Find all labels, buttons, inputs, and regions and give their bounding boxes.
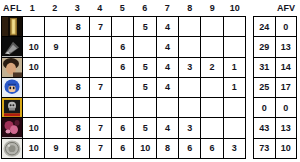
score-cell-p7-r7: 8 [157,139,178,158]
score-cell-p2-r2: 9 [45,37,66,56]
totals-header-row: AFV [253,1,297,15]
afv-cell-p4: 17 [276,78,297,97]
score-cell-p6-r6: 5 [134,118,155,137]
score-cell-p3-r3 [68,58,89,77]
score-cell-p1-r2 [45,17,66,36]
score-cell-p3-r7: 4 [157,58,178,77]
afv-cell-p5: 0 [276,98,297,117]
score-cell-p4-r1 [23,78,44,97]
right-header-label: AFV [275,1,297,15]
pink-concert-photo-icon [2,118,22,137]
total-cell-p2: 29 [254,37,275,56]
round-header-row: AFL12345678910 [1,1,246,15]
score-cell-p7-r5: 6 [112,139,133,158]
score-cell-p6-r10 [224,118,245,137]
score-cell-p1-r6: 5 [134,17,155,36]
score-cell-p3-r4 [90,58,111,77]
score-cell-p7-r9: 6 [201,139,222,158]
score-cell-p6-r7: 4 [157,118,178,137]
score-cell-p5-r5 [112,98,133,117]
score-cell-p1-r4: 7 [90,17,111,36]
totals-grid: 2402913311425170043137310 [253,16,297,159]
score-cell-p3-r9: 2 [201,58,222,77]
score-cell-p4-r10: 1 [224,78,245,97]
score-cell-p2-r3 [68,37,89,56]
score-cell-p7-r2: 9 [45,139,66,158]
score-cell-p5-r2 [45,98,66,117]
score-cell-p5-r9 [201,98,222,117]
total-cell-p3: 31 [254,58,275,77]
score-cell-p2-r9 [201,37,222,56]
score-cell-p6-r1: 10 [23,118,44,137]
total-cell-p4: 25 [254,78,275,97]
total-cell-p7: 73 [254,139,275,158]
score-cell-p7-r3: 8 [68,139,89,158]
score-grid: 8754109641065432187541108765431098761086… [1,16,246,159]
score-cell-p6-r3: 8 [68,118,89,137]
score-cell-p7-r4: 7 [90,139,111,158]
total-cell-p6: 43 [254,118,275,137]
score-cell-p4-r9 [201,78,222,97]
afv-cell-p1: 0 [276,17,297,36]
score-cell-p3-r5: 6 [112,58,133,77]
score-cell-p5-r7 [157,98,178,117]
score-cell-p5-r6 [134,98,155,117]
round-label-7: 7 [156,1,179,15]
score-cell-p1-r8 [179,17,200,36]
score-cell-p3-r2 [45,58,66,77]
score-cell-p7-r10: 3 [224,139,245,158]
score-cell-p2-r4 [90,37,111,56]
score-cell-p1-r9 [201,17,222,36]
round-label-2: 2 [44,1,67,15]
score-cell-p7-r1: 10 [23,139,44,158]
round-label-3: 3 [66,1,89,15]
round-label-10: 10 [224,1,247,15]
afv-cell-p7: 10 [276,139,297,158]
score-cell-p4-r4: 7 [90,78,111,97]
lit-doorway-photo-icon [2,17,22,36]
round-label-4: 4 [89,1,112,15]
score-cell-p4-r8 [179,78,200,97]
score-cell-p2-r7: 4 [157,37,178,56]
gray-stealth-shape-icon [2,37,22,56]
score-cell-p4-r6: 5 [134,78,155,97]
round-label-6: 6 [134,1,157,15]
score-cell-p5-r4 [90,98,111,117]
score-cell-p1-r7: 4 [157,17,178,36]
score-cell-p4-r3: 8 [68,78,89,97]
round-label-9: 9 [201,1,224,15]
round-label-1: 1 [21,1,44,15]
round-label-5: 5 [111,1,134,15]
score-cell-p2-r1: 10 [23,37,44,56]
score-cell-p2-r10 [224,37,245,56]
score-cell-p4-r2 [45,78,66,97]
portrait-face-photo-icon [2,58,22,77]
total-cell-p1: 24 [254,17,275,36]
afv-cell-p3: 14 [276,58,297,77]
score-cell-p6-r4: 7 [90,118,111,137]
afv-cell-p2: 13 [276,37,297,56]
score-cell-p3-r10: 1 [224,58,245,77]
score-cell-p3-r1: 10 [23,58,44,77]
yellow-skull-poster-icon [2,98,22,117]
score-cell-p6-r8: 3 [179,118,200,137]
score-cell-p2-r6 [134,37,155,56]
afv-cell-p6: 13 [276,118,297,137]
score-cell-p7-r6: 10 [134,139,155,158]
blue-megaman-cartoon-icon [2,78,22,97]
score-cell-p6-r9 [201,118,222,137]
score-cell-p4-r5 [112,78,133,97]
score-cell-p3-r8: 3 [179,58,200,77]
score-sheet: AFL12345678910 AFV 875410964106543218754… [0,0,300,162]
round-label-8: 8 [179,1,202,15]
score-cell-p5-r10 [224,98,245,117]
left-header-label: AFL [1,1,21,15]
score-cell-p1-r5 [112,17,133,36]
score-cell-p2-r5: 6 [112,37,133,56]
score-cell-p5-r8 [179,98,200,117]
score-cell-p6-r2 [45,118,66,137]
score-cell-p3-r6: 5 [134,58,155,77]
score-cell-p1-r3: 8 [68,17,89,36]
score-cell-p4-r7: 4 [157,78,178,97]
score-cell-p1-r10 [224,17,245,36]
score-cell-p5-r1 [23,98,44,117]
score-cell-p5-r3 [68,98,89,117]
silver-coin-emblem-icon [2,139,22,158]
score-cell-p2-r8 [179,37,200,56]
score-cell-p6-r5: 6 [112,118,133,137]
score-cell-p1-r1 [23,17,44,36]
score-cell-p7-r8: 6 [179,139,200,158]
total-cell-p5: 0 [254,98,275,117]
